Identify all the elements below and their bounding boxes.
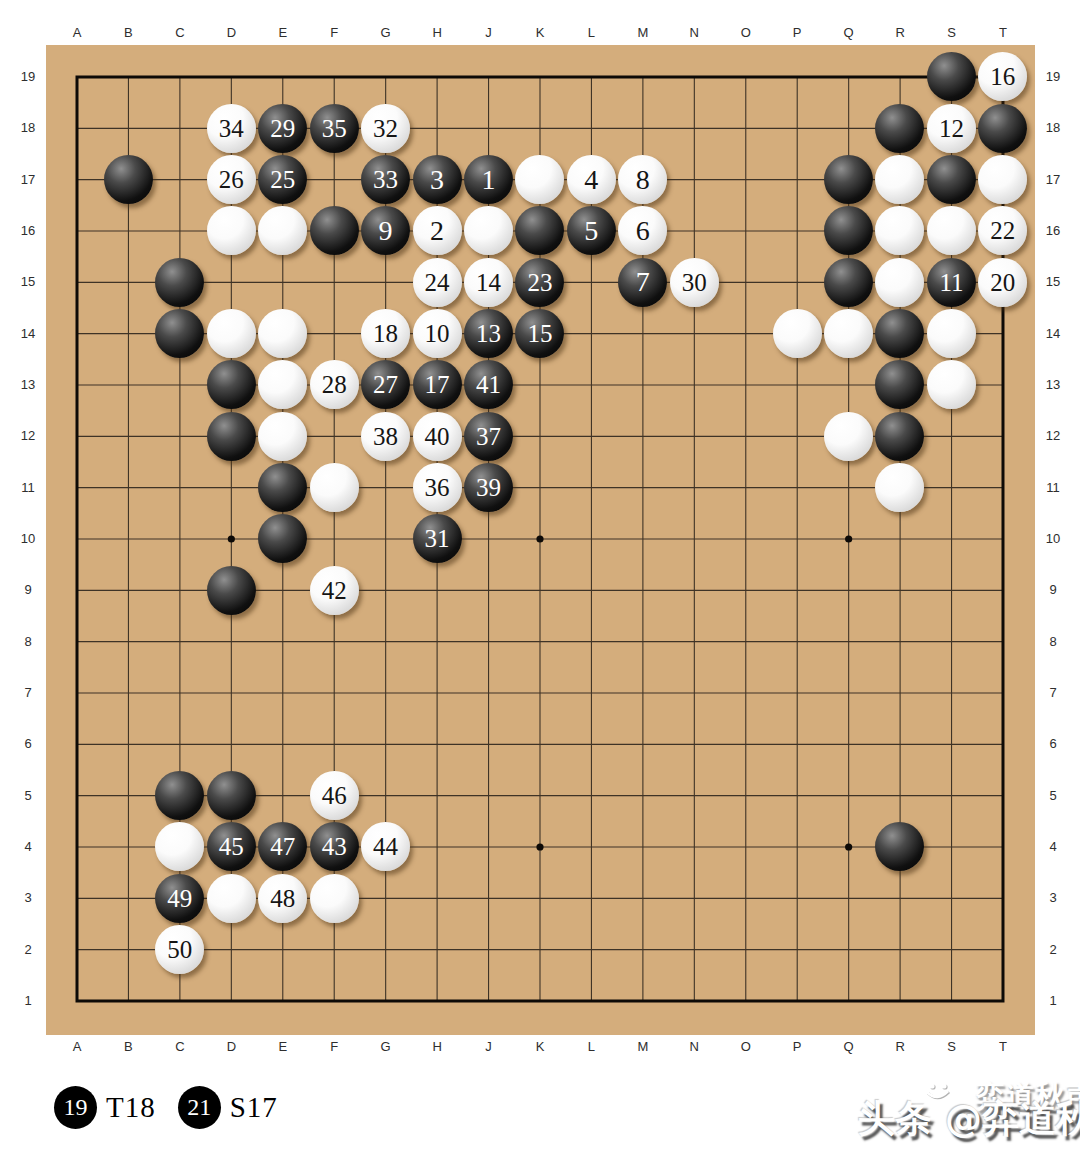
stone-white-G18[interactable]: 32 [361, 104, 410, 153]
row-label-right-19: 19 [1033, 68, 1073, 86]
row-label-left-1: 1 [8, 992, 48, 1010]
stone-number: 28 [322, 372, 347, 397]
stone-black-Q16[interactable] [824, 206, 873, 255]
stone-number: 5 [584, 217, 598, 245]
stone-number: 15 [527, 321, 552, 346]
row-label-left-12: 12 [8, 427, 48, 445]
caption-coord-21: S17 [230, 1091, 278, 1124]
stone-number: 42 [322, 578, 347, 603]
col-label-bottom-A: A [57, 1038, 97, 1056]
col-label-bottom-J: J [469, 1038, 509, 1056]
stone-black-R4[interactable] [875, 822, 924, 871]
stone-number: 30 [682, 270, 707, 295]
row-label-left-3: 3 [8, 889, 48, 907]
stone-number: 47 [270, 834, 295, 859]
row-label-left-2: 2 [8, 941, 48, 959]
stone-white-H11[interactable]: 36 [413, 463, 462, 512]
col-label-bottom-N: N [674, 1038, 714, 1056]
stone-black-H13[interactable]: 17 [413, 360, 462, 409]
row-label-right-7: 7 [1033, 684, 1073, 702]
row-label-left-5: 5 [8, 787, 48, 805]
stone-white-C2[interactable]: 50 [155, 925, 204, 974]
row-label-right-14: 14 [1033, 325, 1073, 343]
stone-number: 16 [990, 64, 1015, 89]
stone-black-T18[interactable] [978, 104, 1027, 153]
stone-black-C15[interactable] [155, 258, 204, 307]
col-label-top-Q: Q [829, 24, 869, 42]
col-label-top-L: L [571, 24, 611, 42]
row-label-left-19: 19 [8, 68, 48, 86]
stone-black-Q17[interactable] [824, 155, 873, 204]
stone-number: 3 [430, 166, 444, 194]
row-label-right-11: 11 [1033, 479, 1073, 497]
row-label-left-4: 4 [8, 838, 48, 856]
row-label-left-6: 6 [8, 735, 48, 753]
col-label-bottom-B: B [108, 1038, 148, 1056]
row-label-right-3: 3 [1033, 889, 1073, 907]
stone-number: 44 [373, 834, 398, 859]
col-label-top-S: S [932, 24, 972, 42]
stone-number: 11 [939, 270, 963, 295]
row-label-left-17: 17 [8, 171, 48, 189]
row-label-left-13: 13 [8, 376, 48, 394]
stone-white-E3[interactable]: 48 [258, 874, 307, 923]
stone-black-E10[interactable] [258, 514, 307, 563]
stone-number: 6 [636, 217, 650, 245]
stone-white-R17[interactable] [875, 155, 924, 204]
col-label-bottom-D: D [211, 1038, 251, 1056]
col-label-bottom-P: P [777, 1038, 817, 1056]
row-label-left-10: 10 [8, 530, 48, 548]
stone-white-S13[interactable] [927, 360, 976, 409]
row-label-right-12: 12 [1033, 427, 1073, 445]
stone-white-J16[interactable] [464, 206, 513, 255]
col-label-bottom-K: K [520, 1038, 560, 1056]
stone-white-T17[interactable] [978, 155, 1027, 204]
stone-white-R16[interactable] [875, 206, 924, 255]
stone-white-Q12[interactable] [824, 412, 873, 461]
stone-white-T15[interactable]: 20 [978, 258, 1027, 307]
stone-white-P14[interactable] [773, 309, 822, 358]
stone-number: 45 [219, 834, 244, 859]
stone-black-K14[interactable]: 15 [515, 309, 564, 358]
row-label-right-18: 18 [1033, 119, 1073, 137]
stone-white-F9[interactable]: 42 [310, 566, 359, 615]
stone-number: 38 [373, 424, 398, 449]
stone-black-R12[interactable] [875, 412, 924, 461]
row-label-right-4: 4 [1033, 838, 1073, 856]
stone-black-D13[interactable] [207, 360, 256, 409]
col-label-top-T: T [983, 24, 1023, 42]
stone-black-G16[interactable]: 9 [361, 206, 410, 255]
stone-number: 32 [373, 116, 398, 141]
stone-white-H15[interactable]: 24 [413, 258, 462, 307]
row-label-right-17: 17 [1033, 171, 1073, 189]
stone-white-S18[interactable]: 12 [927, 104, 976, 153]
stone-number: 46 [322, 783, 347, 808]
row-label-right-16: 16 [1033, 222, 1073, 240]
col-label-bottom-O: O [726, 1038, 766, 1056]
stone-number: 27 [373, 372, 398, 397]
stone-black-L16[interactable]: 5 [567, 206, 616, 255]
stone-number: 22 [990, 218, 1015, 243]
col-label-bottom-S: S [932, 1038, 972, 1056]
stone-number: 29 [270, 116, 295, 141]
col-label-top-M: M [623, 24, 663, 42]
stone-white-R15[interactable] [875, 258, 924, 307]
stone-number: 34 [219, 116, 244, 141]
stone-black-G17[interactable]: 33 [361, 155, 410, 204]
stone-black-S17[interactable] [927, 155, 976, 204]
stone-number: 39 [476, 475, 501, 500]
stone-white-F11[interactable] [310, 463, 359, 512]
stone-black-H10[interactable]: 31 [413, 514, 462, 563]
col-label-top-P: P [777, 24, 817, 42]
col-label-top-K: K [520, 24, 560, 42]
row-label-right-2: 2 [1033, 941, 1073, 959]
col-label-top-D: D [211, 24, 251, 42]
col-label-bottom-T: T [983, 1038, 1023, 1056]
col-label-bottom-E: E [263, 1038, 303, 1056]
stone-black-F4[interactable]: 43 [310, 822, 359, 871]
go-board: 1634293532122625333148925622241423730112… [51, 51, 1028, 1026]
stone-black-G13[interactable]: 27 [361, 360, 410, 409]
stone-black-J11[interactable]: 39 [464, 463, 513, 512]
stone-black-C5[interactable] [155, 771, 204, 820]
stone-black-E4[interactable]: 47 [258, 822, 307, 871]
col-label-top-C: C [160, 24, 200, 42]
stone-black-D5[interactable] [207, 771, 256, 820]
col-label-top-A: A [57, 24, 97, 42]
stone-black-J14[interactable]: 13 [464, 309, 513, 358]
row-label-right-1: 1 [1033, 992, 1073, 1010]
stone-number: 13 [476, 321, 501, 346]
stone-white-D17[interactable]: 26 [207, 155, 256, 204]
stone-white-T16[interactable]: 22 [978, 206, 1027, 255]
row-label-right-8: 8 [1033, 633, 1073, 651]
caption-stone-19-number: 19 [64, 1094, 88, 1121]
stone-white-E13[interactable] [258, 360, 307, 409]
stone-black-R18[interactable] [875, 104, 924, 153]
stone-black-S15[interactable]: 11 [927, 258, 976, 307]
caption-coord-19: T18 [106, 1091, 156, 1124]
stone-black-H17[interactable]: 3 [413, 155, 462, 204]
row-label-right-15: 15 [1033, 273, 1073, 291]
stone-number: 17 [425, 372, 450, 397]
stone-black-D9[interactable] [207, 566, 256, 615]
stone-number: 26 [219, 167, 244, 192]
stone-number: 48 [270, 886, 295, 911]
stone-white-G14[interactable]: 18 [361, 309, 410, 358]
col-label-bottom-C: C [160, 1038, 200, 1056]
stone-number: 23 [527, 270, 552, 295]
col-label-bottom-R: R [880, 1038, 920, 1056]
stone-white-T19[interactable]: 16 [978, 52, 1027, 101]
row-label-left-7: 7 [8, 684, 48, 702]
row-label-left-15: 15 [8, 273, 48, 291]
stone-black-R13[interactable] [875, 360, 924, 409]
watermark-text: 头条 @弈道秋声 [858, 1094, 1080, 1144]
caption-stone-21: 21 [178, 1086, 221, 1129]
stone-white-E12[interactable] [258, 412, 307, 461]
stone-black-R14[interactable] [875, 309, 924, 358]
stone-black-K15[interactable]: 23 [515, 258, 564, 307]
row-label-left-8: 8 [8, 633, 48, 651]
stone-black-J17[interactable]: 1 [464, 155, 513, 204]
stone-white-J15[interactable]: 14 [464, 258, 513, 307]
stone-white-F13[interactable]: 28 [310, 360, 359, 409]
stone-white-D14[interactable] [207, 309, 256, 358]
col-label-bottom-M: M [623, 1038, 663, 1056]
stone-white-D16[interactable] [207, 206, 256, 255]
stone-white-C4[interactable] [155, 822, 204, 871]
row-label-right-13: 13 [1033, 376, 1073, 394]
stone-white-K17[interactable] [515, 155, 564, 204]
col-label-top-F: F [314, 24, 354, 42]
stone-number: 25 [270, 167, 295, 192]
row-label-left-11: 11 [8, 479, 48, 497]
stone-number: 24 [425, 270, 450, 295]
stone-number: 8 [636, 166, 650, 194]
stone-white-E14[interactable] [258, 309, 307, 358]
col-label-top-E: E [263, 24, 303, 42]
stone-white-N15[interactable]: 30 [670, 258, 719, 307]
stone-white-G4[interactable]: 44 [361, 822, 410, 871]
row-label-right-6: 6 [1033, 735, 1073, 753]
stone-black-E17[interactable]: 25 [258, 155, 307, 204]
stone-black-F18[interactable]: 35 [310, 104, 359, 153]
col-label-top-O: O [726, 24, 766, 42]
stone-white-H14[interactable]: 10 [413, 309, 462, 358]
stone-black-Q15[interactable] [824, 258, 873, 307]
stone-number: 50 [167, 937, 192, 962]
row-label-left-14: 14 [8, 325, 48, 343]
move-annotation: 19 T18 21 S17 [54, 1083, 300, 1131]
stone-number: 33 [373, 167, 398, 192]
stone-white-H12[interactable]: 40 [413, 412, 462, 461]
stone-white-H16[interactable]: 2 [413, 206, 462, 255]
row-label-right-9: 9 [1033, 581, 1073, 599]
stone-white-M17[interactable]: 8 [618, 155, 667, 204]
stone-number: 20 [990, 270, 1015, 295]
row-label-left-18: 18 [8, 119, 48, 137]
stone-white-Q14[interactable] [824, 309, 873, 358]
col-label-bottom-H: H [417, 1038, 457, 1056]
col-label-bottom-F: F [314, 1038, 354, 1056]
stone-white-S16[interactable] [927, 206, 976, 255]
stone-number: 12 [939, 116, 964, 141]
row-label-right-10: 10 [1033, 530, 1073, 548]
stone-white-M16[interactable]: 6 [618, 206, 667, 255]
col-label-top-N: N [674, 24, 714, 42]
stone-black-F16[interactable] [310, 206, 359, 255]
stone-number: 40 [425, 424, 450, 449]
col-label-top-G: G [366, 24, 406, 42]
stone-number: 1 [481, 166, 495, 194]
stone-number: 35 [322, 116, 347, 141]
stone-white-L17[interactable]: 4 [567, 155, 616, 204]
stone-white-F3[interactable] [310, 874, 359, 923]
stone-white-G12[interactable]: 38 [361, 412, 410, 461]
stone-white-D18[interactable]: 34 [207, 104, 256, 153]
stone-black-D12[interactable] [207, 412, 256, 461]
go-diagram-page: 1634293532122625333148925622241423730112… [0, 0, 1080, 1156]
stone-black-S19[interactable] [927, 52, 976, 101]
stone-number: 14 [476, 270, 501, 295]
caption-stone-19: 19 [54, 1086, 97, 1129]
stone-black-B17[interactable] [104, 155, 153, 204]
stone-white-S14[interactable] [927, 309, 976, 358]
col-label-top-H: H [417, 24, 457, 42]
stone-number: 2 [430, 217, 444, 245]
stone-white-R11[interactable] [875, 463, 924, 512]
col-label-top-B: B [108, 24, 148, 42]
stone-black-C3[interactable]: 49 [155, 874, 204, 923]
col-label-bottom-L: L [571, 1038, 611, 1056]
stone-number: 18 [373, 321, 398, 346]
row-label-left-16: 16 [8, 222, 48, 240]
stone-number: 37 [476, 424, 501, 449]
stone-white-D3[interactable] [207, 874, 256, 923]
stone-number: 31 [425, 526, 450, 551]
stone-black-K16[interactable] [515, 206, 564, 255]
stone-number: 9 [379, 217, 393, 245]
stone-black-E11[interactable] [258, 463, 307, 512]
col-label-top-J: J [469, 24, 509, 42]
stone-black-C14[interactable] [155, 309, 204, 358]
stone-number: 7 [636, 268, 650, 296]
stone-number: 49 [167, 886, 192, 911]
stone-number: 41 [476, 372, 501, 397]
stone-black-M15[interactable]: 7 [618, 258, 667, 307]
col-label-bottom-Q: Q [829, 1038, 869, 1056]
stone-black-J13[interactable]: 41 [464, 360, 513, 409]
stone-number: 43 [322, 834, 347, 859]
stone-white-E16[interactable] [258, 206, 307, 255]
stone-black-E18[interactable]: 29 [258, 104, 307, 153]
stone-number: 10 [425, 321, 450, 346]
col-label-bottom-G: G [366, 1038, 406, 1056]
stone-white-F5[interactable]: 46 [310, 771, 359, 820]
stone-black-J12[interactable]: 37 [464, 412, 513, 461]
row-label-right-5: 5 [1033, 787, 1073, 805]
col-label-top-R: R [880, 24, 920, 42]
row-label-left-9: 9 [8, 581, 48, 599]
stone-number: 4 [584, 166, 598, 194]
stone-number: 36 [425, 475, 450, 500]
caption-stone-21-number: 21 [187, 1094, 211, 1121]
stone-black-D4[interactable]: 45 [207, 822, 256, 871]
